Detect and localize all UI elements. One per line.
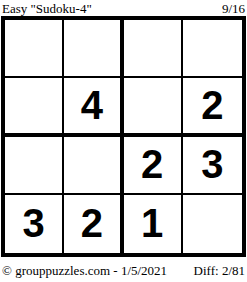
cell-r3c3: 2: [124, 137, 183, 195]
cell-r2c1[interactable]: [5, 78, 64, 136]
cell-r4c1: 3: [5, 195, 64, 253]
difficulty-text: Diff: 2/81: [194, 264, 245, 278]
puzzle-header: Easy "Sudoku-4" 9/16: [0, 0, 247, 16]
cell-r2c2: 4: [64, 78, 123, 136]
cell-r1c4[interactable]: [183, 20, 242, 78]
cell-r2c4: 2: [183, 78, 242, 136]
cell-r4c3: 1: [124, 195, 183, 253]
puzzle-counter: 9/16: [222, 2, 245, 15]
cell-r3c1[interactable]: [5, 137, 64, 195]
cell-r2c3[interactable]: [124, 78, 183, 136]
sudoku-board: 4223321: [1, 16, 246, 257]
cell-r4c2: 2: [64, 195, 123, 253]
copyright-text: © grouppuzzles.com - 1/5/2021: [2, 264, 167, 278]
cell-r1c1[interactable]: [5, 20, 64, 78]
cell-r1c2[interactable]: [64, 20, 123, 78]
cell-r3c4: 3: [183, 137, 242, 195]
cell-r4c4[interactable]: [183, 195, 242, 253]
puzzle-page: Easy "Sudoku-4" 9/16 4223321 © grouppuzz…: [0, 0, 247, 282]
puzzle-footer: © grouppuzzles.com - 1/5/2021 Diff: 2/81: [0, 257, 247, 278]
cell-r1c3[interactable]: [124, 20, 183, 78]
puzzle-title: Easy "Sudoku-4": [2, 2, 92, 15]
cell-r3c2[interactable]: [64, 137, 123, 195]
